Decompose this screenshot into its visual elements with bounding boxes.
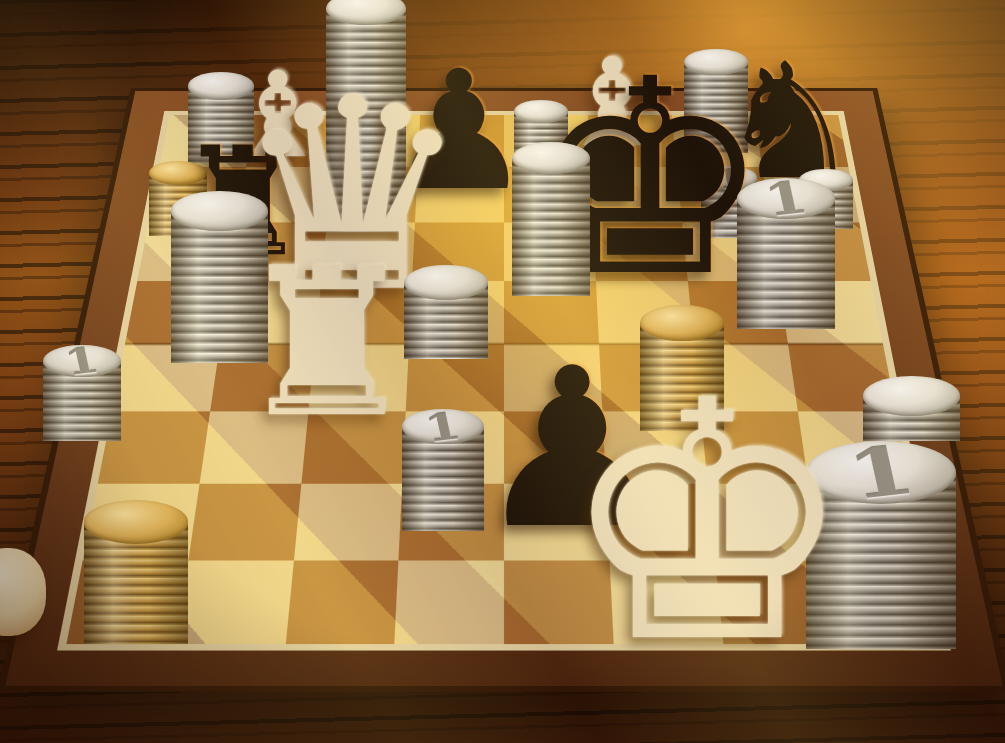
square-d1 <box>395 561 504 644</box>
square-c2 <box>293 483 402 560</box>
square-b2 <box>188 483 301 560</box>
square-d8 <box>418 115 504 167</box>
square-g3 <box>700 411 809 483</box>
square-d2 <box>399 483 504 560</box>
square-e1 <box>504 561 613 644</box>
square-b1 <box>176 561 294 644</box>
board-grid <box>66 115 941 644</box>
square-h8 <box>755 115 849 167</box>
square-e2 <box>504 483 609 560</box>
square-h5 <box>779 281 883 344</box>
square-e8 <box>504 115 590 167</box>
square-f7 <box>590 167 682 222</box>
square-c7 <box>326 167 418 222</box>
square-g2 <box>707 483 820 560</box>
square-e3 <box>504 411 606 483</box>
square-c6 <box>321 222 416 281</box>
square-f8 <box>588 115 677 167</box>
square-d7 <box>415 167 504 222</box>
square-f3 <box>602 411 707 483</box>
square-g5 <box>687 281 788 344</box>
chessboard-frame <box>57 111 951 650</box>
square-b7 <box>238 167 332 222</box>
square-f5 <box>596 281 694 344</box>
square-d6 <box>412 222 504 281</box>
square-h4 <box>788 344 896 411</box>
square-c1 <box>285 561 398 644</box>
square-c4 <box>308 344 409 411</box>
square-e6 <box>504 222 596 281</box>
square-f4 <box>599 344 700 411</box>
square-f2 <box>606 483 715 560</box>
chessboard <box>0 88 1005 692</box>
square-b8 <box>246 115 337 167</box>
square-b4 <box>210 344 315 411</box>
square-a4 <box>112 344 220 411</box>
square-h1 <box>820 561 942 644</box>
square-c3 <box>301 411 406 483</box>
square-e4 <box>504 344 602 411</box>
square-h2 <box>809 483 926 560</box>
square-a8 <box>160 115 254 167</box>
square-g1 <box>715 561 833 644</box>
square-h6 <box>770 222 870 281</box>
square-a1 <box>66 561 188 644</box>
square-a6 <box>137 222 237 281</box>
square-c5 <box>315 281 413 344</box>
square-f1 <box>609 561 722 644</box>
square-c8 <box>332 115 421 167</box>
square-a7 <box>149 167 246 222</box>
square-g8 <box>671 115 762 167</box>
square-a3 <box>98 411 210 483</box>
square-d4 <box>406 344 504 411</box>
square-b6 <box>229 222 326 281</box>
board-hinge-seam <box>125 343 884 346</box>
square-e5 <box>504 281 599 344</box>
square-g6 <box>682 222 779 281</box>
square-h3 <box>798 411 910 483</box>
square-e7 <box>504 167 593 222</box>
square-d3 <box>402 411 504 483</box>
square-b5 <box>220 281 321 344</box>
square-a2 <box>83 483 200 560</box>
square-f6 <box>593 222 688 281</box>
square-a5 <box>125 281 229 344</box>
square-h7 <box>762 167 859 222</box>
square-g4 <box>694 344 799 411</box>
photo-scene: ♝♝♟♞♜♛♚♜♟♚ 11111 <box>0 0 1005 743</box>
square-g7 <box>676 167 770 222</box>
square-b3 <box>199 411 308 483</box>
square-d5 <box>409 281 504 344</box>
